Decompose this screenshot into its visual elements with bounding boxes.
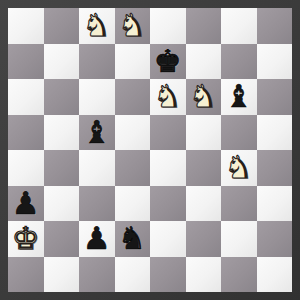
square-b5[interactable] xyxy=(44,115,80,151)
square-a4[interactable] xyxy=(8,150,44,186)
square-d7[interactable] xyxy=(115,44,151,80)
square-f6[interactable]: ♞ xyxy=(186,79,222,115)
square-f8[interactable] xyxy=(186,8,222,44)
square-f2[interactable] xyxy=(186,221,222,257)
square-g4[interactable]: ♞ xyxy=(221,150,257,186)
black-pawn-c2[interactable]: ♟ xyxy=(83,221,111,256)
square-e4[interactable] xyxy=(150,150,186,186)
square-f5[interactable] xyxy=(186,115,222,151)
square-g2[interactable] xyxy=(221,221,257,257)
black-king-e7[interactable]: ♚ xyxy=(154,44,182,79)
square-h1[interactable] xyxy=(257,257,293,293)
square-c6[interactable] xyxy=(79,79,115,115)
square-e8[interactable] xyxy=(150,8,186,44)
square-a7[interactable] xyxy=(8,44,44,80)
square-f4[interactable] xyxy=(186,150,222,186)
square-g5[interactable] xyxy=(221,115,257,151)
white-knight-d8[interactable]: ♞ xyxy=(118,8,146,43)
square-e5[interactable] xyxy=(150,115,186,151)
white-king-a2[interactable]: ♚ xyxy=(12,221,40,256)
square-a3[interactable]: ♟ xyxy=(8,186,44,222)
square-d8[interactable]: ♞ xyxy=(115,8,151,44)
square-h4[interactable] xyxy=(257,150,293,186)
square-b2[interactable] xyxy=(44,221,80,257)
square-b7[interactable] xyxy=(44,44,80,80)
square-c2[interactable]: ♟ xyxy=(79,221,115,257)
square-b1[interactable] xyxy=(44,257,80,293)
square-b4[interactable] xyxy=(44,150,80,186)
square-g1[interactable] xyxy=(221,257,257,293)
square-a8[interactable] xyxy=(8,8,44,44)
black-bishop-g6[interactable]: ♝ xyxy=(225,79,253,114)
square-c3[interactable] xyxy=(79,186,115,222)
square-d1[interactable] xyxy=(115,257,151,293)
chess-board: ♞♞♚♞♞♝♝♞♟♚♟♞ xyxy=(8,8,292,292)
chess-board-frame: ♞♞♚♞♞♝♝♞♟♚♟♞ xyxy=(0,0,300,300)
square-c7[interactable] xyxy=(79,44,115,80)
square-e7[interactable]: ♚ xyxy=(150,44,186,80)
square-g6[interactable]: ♝ xyxy=(221,79,257,115)
square-b6[interactable] xyxy=(44,79,80,115)
square-h8[interactable] xyxy=(257,8,293,44)
square-h7[interactable] xyxy=(257,44,293,80)
square-f3[interactable] xyxy=(186,186,222,222)
black-bishop-c5[interactable]: ♝ xyxy=(83,115,111,150)
square-h5[interactable] xyxy=(257,115,293,151)
square-a1[interactable] xyxy=(8,257,44,293)
square-b3[interactable] xyxy=(44,186,80,222)
square-e6[interactable]: ♞ xyxy=(150,79,186,115)
square-a5[interactable] xyxy=(8,115,44,151)
square-d2[interactable]: ♞ xyxy=(115,221,151,257)
square-c4[interactable] xyxy=(79,150,115,186)
square-c1[interactable] xyxy=(79,257,115,293)
white-knight-g4[interactable]: ♞ xyxy=(225,150,253,185)
white-knight-e6[interactable]: ♞ xyxy=(154,79,182,114)
black-pawn-a3[interactable]: ♟ xyxy=(12,186,40,221)
square-d3[interactable] xyxy=(115,186,151,222)
square-d5[interactable] xyxy=(115,115,151,151)
black-knight-d2[interactable]: ♞ xyxy=(118,221,146,256)
square-b8[interactable] xyxy=(44,8,80,44)
square-d6[interactable] xyxy=(115,79,151,115)
white-knight-f6[interactable]: ♞ xyxy=(189,79,217,114)
square-d4[interactable] xyxy=(115,150,151,186)
white-knight-c8[interactable]: ♞ xyxy=(83,8,111,43)
square-h3[interactable] xyxy=(257,186,293,222)
square-e3[interactable] xyxy=(150,186,186,222)
square-e1[interactable] xyxy=(150,257,186,293)
square-c8[interactable]: ♞ xyxy=(79,8,115,44)
square-a6[interactable] xyxy=(8,79,44,115)
square-e2[interactable] xyxy=(150,221,186,257)
square-c5[interactable]: ♝ xyxy=(79,115,115,151)
square-a2[interactable]: ♚ xyxy=(8,221,44,257)
square-h6[interactable] xyxy=(257,79,293,115)
square-f7[interactable] xyxy=(186,44,222,80)
square-g8[interactable] xyxy=(221,8,257,44)
square-g3[interactable] xyxy=(221,186,257,222)
square-h2[interactable] xyxy=(257,221,293,257)
square-f1[interactable] xyxy=(186,257,222,293)
square-g7[interactable] xyxy=(221,44,257,80)
